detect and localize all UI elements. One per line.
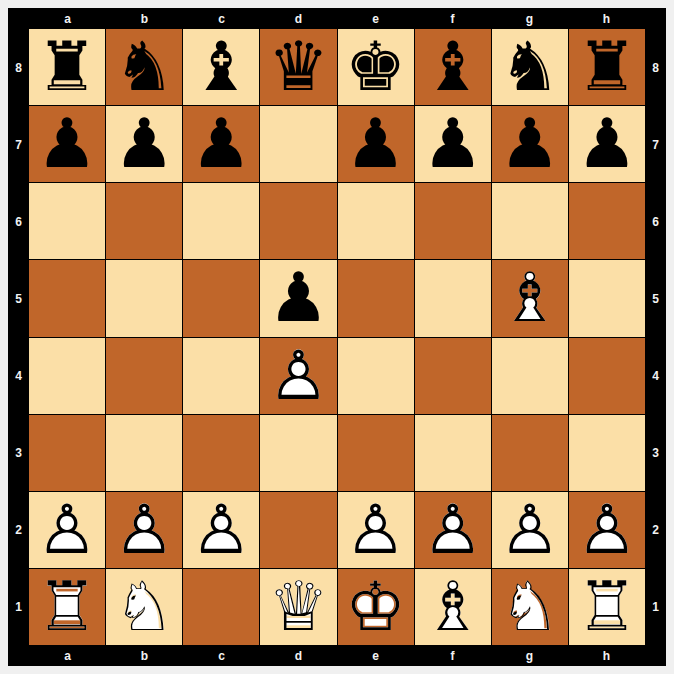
piece-white-pawn: ♟♙ — [345, 492, 406, 568]
square-a7[interactable]: ♟ — [29, 106, 105, 182]
black-piece-body: ♜ — [37, 29, 98, 105]
square-f1[interactable]: ♝♗ — [415, 569, 491, 645]
square-b7[interactable]: ♟ — [106, 106, 182, 182]
square-f3[interactable] — [415, 415, 491, 491]
square-a4[interactable] — [29, 338, 105, 414]
square-c8[interactable]: ♝ — [183, 29, 259, 105]
square-h4[interactable] — [569, 338, 645, 414]
piece-black-pawn: ♟ — [37, 106, 98, 182]
square-h5[interactable] — [569, 260, 645, 336]
square-g1[interactable]: ♞♘ — [492, 569, 568, 645]
black-piece-body: ♟ — [268, 260, 329, 336]
white-piece-outline: ♘ — [499, 569, 560, 645]
square-e6[interactable] — [338, 183, 414, 259]
white-piece-outline: ♙ — [422, 492, 483, 568]
piece-black-bishop: ♝ — [191, 29, 252, 105]
chess-board: ♜♞♝♛♚♝♞♜♟♟♟♟♟♟♟♟♝♗♟♙♟♙♟♙♟♙♟♙♟♙♟♙♟♙♜♖♞♘♛♕… — [29, 29, 645, 645]
square-b6[interactable] — [106, 183, 182, 259]
square-d5[interactable]: ♟ — [260, 260, 336, 336]
rank-label-7: 7 — [8, 106, 29, 183]
file-label-a: a — [29, 645, 106, 666]
file-labels-top: abcdefgh — [29, 8, 645, 29]
square-h7[interactable]: ♟ — [569, 106, 645, 182]
white-piece-outline: ♙ — [114, 492, 175, 568]
square-a3[interactable] — [29, 415, 105, 491]
piece-white-bishop: ♝♗ — [499, 260, 560, 336]
piece-black-pawn: ♟ — [191, 106, 252, 182]
rank-label-5: 5 — [645, 260, 666, 337]
black-piece-body: ♜ — [576, 29, 637, 105]
file-label-h: h — [568, 8, 645, 29]
piece-white-pawn: ♟♙ — [422, 492, 483, 568]
square-a2[interactable]: ♟♙ — [29, 492, 105, 568]
file-label-c: c — [183, 8, 260, 29]
square-e2[interactable]: ♟♙ — [338, 492, 414, 568]
white-piece-outline: ♙ — [345, 492, 406, 568]
square-d8[interactable]: ♛ — [260, 29, 336, 105]
rank-label-7: 7 — [645, 106, 666, 183]
square-b8[interactable]: ♞ — [106, 29, 182, 105]
white-piece-outline: ♙ — [576, 492, 637, 568]
black-piece-body: ♛ — [268, 29, 329, 105]
square-d4[interactable]: ♟♙ — [260, 338, 336, 414]
white-piece-outline: ♗ — [499, 260, 560, 336]
piece-white-queen: ♛♕ — [268, 569, 329, 645]
rank-label-8: 8 — [645, 29, 666, 106]
square-a1[interactable]: ♜♖ — [29, 569, 105, 645]
piece-white-knight: ♞♘ — [114, 569, 175, 645]
square-g3[interactable] — [492, 415, 568, 491]
white-piece-outline: ♗ — [422, 569, 483, 645]
square-c3[interactable] — [183, 415, 259, 491]
file-label-f: f — [414, 645, 491, 666]
black-piece-body: ♝ — [191, 29, 252, 105]
piece-black-pawn: ♟ — [114, 106, 175, 182]
square-h3[interactable] — [569, 415, 645, 491]
piece-white-pawn: ♟♙ — [37, 492, 98, 568]
rank-label-1: 1 — [8, 568, 29, 645]
square-f5[interactable] — [415, 260, 491, 336]
rank-label-2: 2 — [8, 491, 29, 568]
rank-label-6: 6 — [8, 183, 29, 260]
square-d7[interactable] — [260, 106, 336, 182]
file-label-g: g — [491, 645, 568, 666]
square-f6[interactable] — [415, 183, 491, 259]
piece-black-queen: ♛ — [268, 29, 329, 105]
piece-black-knight: ♞ — [499, 29, 560, 105]
piece-black-pawn: ♟ — [345, 106, 406, 182]
piece-white-pawn: ♟♙ — [576, 492, 637, 568]
square-g6[interactable] — [492, 183, 568, 259]
white-piece-outline: ♘ — [114, 569, 175, 645]
square-h8[interactable]: ♜ — [569, 29, 645, 105]
square-a8[interactable]: ♜ — [29, 29, 105, 105]
piece-black-pawn: ♟ — [576, 106, 637, 182]
square-e8[interactable]: ♚ — [338, 29, 414, 105]
rank-label-6: 6 — [645, 183, 666, 260]
file-label-e: e — [337, 8, 414, 29]
square-b4[interactable] — [106, 338, 182, 414]
rank-label-3: 3 — [645, 414, 666, 491]
file-label-h: h — [568, 645, 645, 666]
piece-black-rook: ♜ — [576, 29, 637, 105]
black-piece-body: ♟ — [345, 106, 406, 182]
square-a6[interactable] — [29, 183, 105, 259]
piece-black-pawn: ♟ — [499, 106, 560, 182]
square-e1[interactable]: ♚♔ — [338, 569, 414, 645]
white-piece-outline: ♔ — [345, 569, 406, 645]
piece-white-rook: ♜♖ — [37, 569, 98, 645]
square-f2[interactable]: ♟♙ — [415, 492, 491, 568]
black-piece-body: ♚ — [345, 29, 406, 105]
piece-black-rook: ♜ — [37, 29, 98, 105]
square-d3[interactable] — [260, 415, 336, 491]
piece-white-king: ♚♔ — [345, 569, 406, 645]
rank-labels-left: 87654321 — [8, 29, 29, 645]
piece-white-pawn: ♟♙ — [268, 338, 329, 414]
file-label-d: d — [260, 645, 337, 666]
square-c6[interactable] — [183, 183, 259, 259]
square-d1[interactable]: ♛♕ — [260, 569, 336, 645]
piece-white-rook: ♜♖ — [576, 569, 637, 645]
rank-label-4: 4 — [8, 337, 29, 414]
black-piece-body: ♟ — [576, 106, 637, 182]
square-e7[interactable]: ♟ — [338, 106, 414, 182]
square-a5[interactable] — [29, 260, 105, 336]
black-piece-body: ♞ — [114, 29, 175, 105]
rank-label-4: 4 — [645, 337, 666, 414]
square-b5[interactable] — [106, 260, 182, 336]
file-label-f: f — [414, 8, 491, 29]
piece-black-bishop: ♝ — [422, 29, 483, 105]
square-b3[interactable] — [106, 415, 182, 491]
square-g8[interactable]: ♞ — [492, 29, 568, 105]
rank-labels-right: 87654321 — [645, 29, 666, 645]
square-g2[interactable]: ♟♙ — [492, 492, 568, 568]
square-e4[interactable] — [338, 338, 414, 414]
file-labels-bottom: abcdefgh — [29, 645, 645, 666]
square-c4[interactable] — [183, 338, 259, 414]
square-g7[interactable]: ♟ — [492, 106, 568, 182]
chess-board-frame: abcdefgh abcdefgh 87654321 87654321 ♜♞♝♛… — [8, 8, 666, 666]
square-b2[interactable]: ♟♙ — [106, 492, 182, 568]
file-label-b: b — [106, 645, 183, 666]
piece-white-pawn: ♟♙ — [114, 492, 175, 568]
square-e5[interactable] — [338, 260, 414, 336]
rank-label-1: 1 — [645, 568, 666, 645]
piece-white-knight: ♞♘ — [499, 569, 560, 645]
piece-black-pawn: ♟ — [268, 260, 329, 336]
file-label-d: d — [260, 8, 337, 29]
square-d2[interactable] — [260, 492, 336, 568]
rank-label-5: 5 — [8, 260, 29, 337]
white-piece-outline: ♙ — [268, 338, 329, 414]
white-piece-outline: ♕ — [268, 569, 329, 645]
black-piece-body: ♟ — [422, 106, 483, 182]
square-c1[interactable] — [183, 569, 259, 645]
square-c7[interactable]: ♟ — [183, 106, 259, 182]
square-h6[interactable] — [569, 183, 645, 259]
black-piece-body: ♞ — [499, 29, 560, 105]
black-piece-body: ♟ — [499, 106, 560, 182]
file-label-g: g — [491, 8, 568, 29]
white-piece-outline: ♖ — [37, 569, 98, 645]
white-piece-outline: ♖ — [576, 569, 637, 645]
square-g4[interactable] — [492, 338, 568, 414]
white-piece-outline: ♙ — [37, 492, 98, 568]
square-c2[interactable]: ♟♙ — [183, 492, 259, 568]
black-piece-body: ♟ — [191, 106, 252, 182]
piece-white-bishop: ♝♗ — [422, 569, 483, 645]
square-f4[interactable] — [415, 338, 491, 414]
piece-white-pawn: ♟♙ — [499, 492, 560, 568]
black-piece-body: ♟ — [114, 106, 175, 182]
black-piece-body: ♟ — [37, 106, 98, 182]
white-piece-outline: ♙ — [499, 492, 560, 568]
square-d6[interactable] — [260, 183, 336, 259]
piece-white-pawn: ♟♙ — [191, 492, 252, 568]
square-e3[interactable] — [338, 415, 414, 491]
file-label-e: e — [337, 645, 414, 666]
square-g5[interactable]: ♝♗ — [492, 260, 568, 336]
black-piece-body: ♝ — [422, 29, 483, 105]
square-f7[interactable]: ♟ — [415, 106, 491, 182]
piece-black-king: ♚ — [345, 29, 406, 105]
file-label-a: a — [29, 8, 106, 29]
piece-black-pawn: ♟ — [422, 106, 483, 182]
file-label-c: c — [183, 645, 260, 666]
piece-black-knight: ♞ — [114, 29, 175, 105]
rank-label-8: 8 — [8, 29, 29, 106]
rank-label-3: 3 — [8, 414, 29, 491]
square-c5[interactable] — [183, 260, 259, 336]
file-label-b: b — [106, 8, 183, 29]
square-h2[interactable]: ♟♙ — [569, 492, 645, 568]
white-piece-outline: ♙ — [191, 492, 252, 568]
rank-label-2: 2 — [645, 491, 666, 568]
square-f8[interactable]: ♝ — [415, 29, 491, 105]
square-h1[interactable]: ♜♖ — [569, 569, 645, 645]
square-b1[interactable]: ♞♘ — [106, 569, 182, 645]
